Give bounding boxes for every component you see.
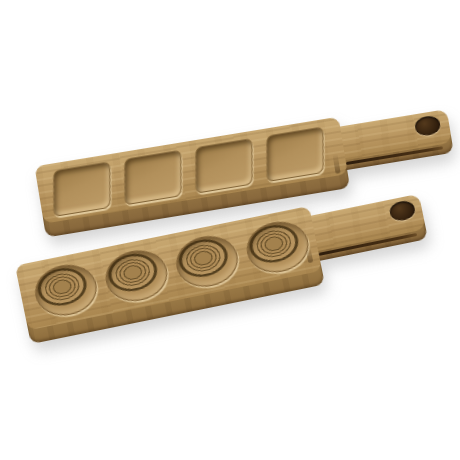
round-recess (31, 259, 102, 320)
round-recess (242, 216, 313, 277)
round-recess (101, 245, 172, 306)
product-photo (0, 0, 460, 460)
round-recess (172, 231, 243, 292)
